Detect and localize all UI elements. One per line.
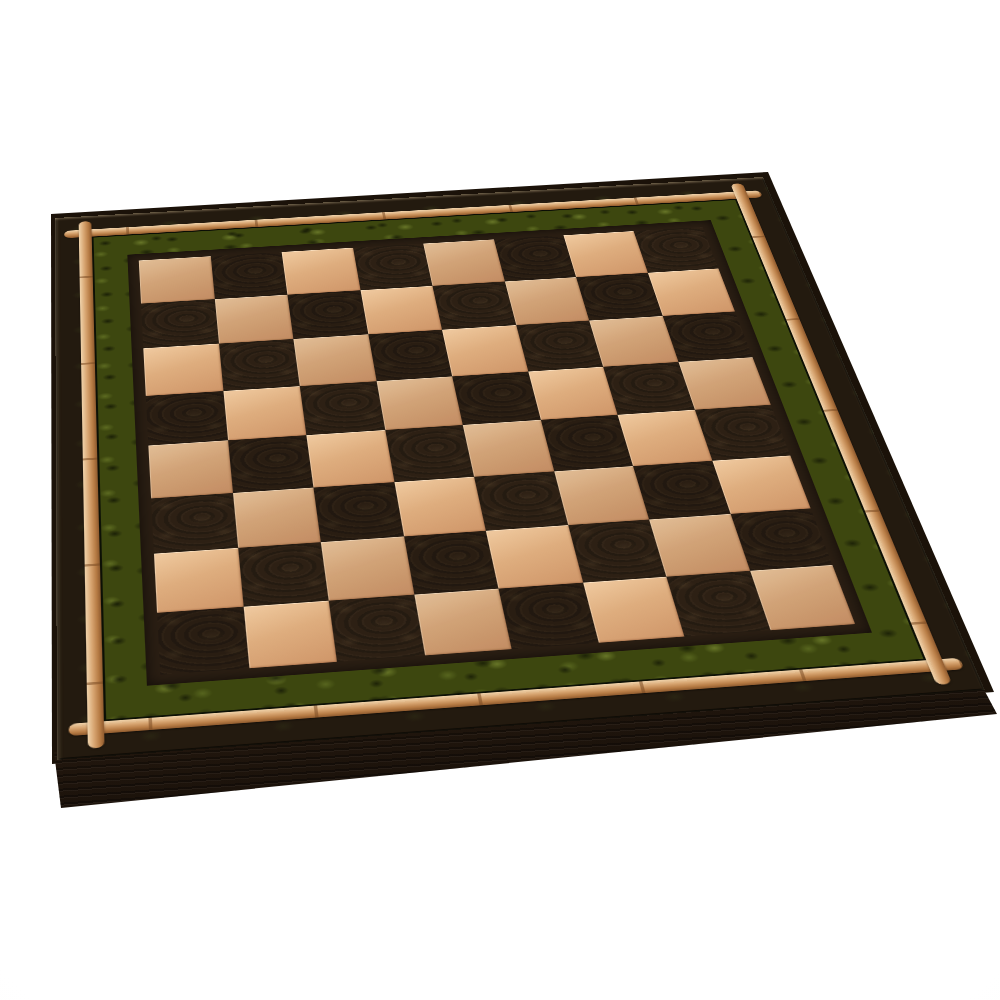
- square-c2: [321, 536, 414, 600]
- square-f5: [528, 366, 618, 419]
- square-e2: [486, 525, 583, 588]
- square-a1: [157, 606, 249, 674]
- square-b3: [232, 487, 320, 548]
- square-d3: [394, 476, 486, 536]
- square-c7: [287, 290, 367, 339]
- square-c5: [300, 381, 385, 435]
- square-e3: [474, 471, 568, 531]
- square-a3: [151, 493, 238, 554]
- square-e5: [452, 371, 540, 425]
- square-e1: [498, 582, 598, 649]
- square-e6: [442, 325, 528, 376]
- square-e7: [432, 281, 515, 329]
- square-a5: [146, 391, 228, 446]
- square-d1: [414, 588, 512, 655]
- square-b5: [223, 386, 306, 441]
- square-e8: [423, 239, 504, 285]
- square-f7: [504, 277, 589, 325]
- square-d4: [385, 425, 474, 482]
- square-b7: [214, 294, 293, 343]
- product-photo-stage: [0, 0, 1000, 1000]
- square-c3: [313, 482, 403, 542]
- square-a8: [139, 256, 215, 303]
- square-a4: [148, 440, 232, 498]
- square-d7: [360, 286, 442, 335]
- square-b2: [238, 542, 329, 606]
- chessboard: [55, 177, 985, 760]
- square-d2: [404, 531, 499, 594]
- square-c8: [282, 248, 360, 295]
- square-f8: [493, 235, 576, 281]
- square-b1: [243, 600, 337, 668]
- square-c6: [293, 334, 376, 385]
- square-a6: [143, 344, 223, 396]
- square-c4: [306, 430, 394, 487]
- square-f6: [516, 321, 603, 372]
- square-e4: [463, 420, 554, 477]
- square-b4: [228, 435, 314, 492]
- square-b6: [219, 339, 300, 391]
- square-c1: [329, 594, 425, 662]
- square-a7: [141, 299, 219, 348]
- square-a2: [154, 548, 243, 613]
- square-d6: [368, 330, 452, 381]
- square-d5: [376, 376, 463, 430]
- square-f4: [540, 415, 633, 471]
- square-b8: [210, 252, 287, 299]
- square-d8: [353, 244, 433, 290]
